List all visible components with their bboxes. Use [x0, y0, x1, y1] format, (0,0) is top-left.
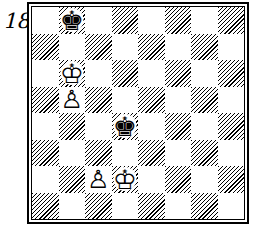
square-a4 [32, 113, 59, 140]
square-c6 [85, 60, 112, 87]
square-b7 [59, 34, 86, 61]
square-f3 [165, 140, 192, 167]
square-f7 [165, 34, 192, 61]
square-g6 [191, 60, 218, 87]
square-a1 [32, 193, 59, 220]
square-e1 [138, 193, 165, 220]
square-h6 [218, 60, 245, 87]
white-pawn-b5: ♙ [59, 87, 86, 114]
square-e2 [138, 166, 165, 193]
square-c4 [85, 113, 112, 140]
square-f1 [165, 193, 192, 220]
square-b5: ♙ [59, 87, 86, 114]
square-a7 [32, 34, 59, 61]
square-d5 [112, 87, 139, 114]
square-h7 [218, 34, 245, 61]
white-pawn-c2: ♙ [85, 166, 112, 193]
chess-board-frame: ♚♔♙♚♙♔ [27, 2, 249, 224]
square-c3 [85, 140, 112, 167]
square-d3 [112, 140, 139, 167]
square-g7 [191, 34, 218, 61]
square-d4: ♚ [112, 113, 139, 140]
square-a5 [32, 87, 59, 114]
square-h2 [218, 166, 245, 193]
square-f4 [165, 113, 192, 140]
square-b2 [59, 166, 86, 193]
square-b6: ♔ [59, 60, 86, 87]
square-c7 [85, 34, 112, 61]
square-b1 [59, 193, 86, 220]
square-d2: ♔ [112, 166, 139, 193]
square-d7 [112, 34, 139, 61]
black-king-d4: ♚ [112, 113, 139, 140]
square-c5 [85, 87, 112, 114]
square-b3 [59, 140, 86, 167]
square-d1 [112, 193, 139, 220]
chess-board: ♚♔♙♚♙♔ [31, 6, 245, 220]
white-king-d2: ♔ [112, 166, 139, 193]
square-c8 [85, 7, 112, 34]
square-g8 [191, 7, 218, 34]
square-h3 [218, 140, 245, 167]
square-e7 [138, 34, 165, 61]
square-b4 [59, 113, 86, 140]
square-e4 [138, 113, 165, 140]
square-a3 [32, 140, 59, 167]
square-h8 [218, 7, 245, 34]
square-f8 [165, 7, 192, 34]
square-a6 [32, 60, 59, 87]
square-f5 [165, 87, 192, 114]
square-a2 [32, 166, 59, 193]
square-h4 [218, 113, 245, 140]
square-g1 [191, 193, 218, 220]
square-e8 [138, 7, 165, 34]
square-e5 [138, 87, 165, 114]
square-g4 [191, 113, 218, 140]
chess-diagram-page: 18 ♚♔♙♚♙♔ [0, 0, 253, 225]
square-g3 [191, 140, 218, 167]
square-g5 [191, 87, 218, 114]
square-c1 [85, 193, 112, 220]
white-king-b6: ♔ [59, 60, 86, 87]
diagram-number-label: 18 [3, 9, 25, 33]
square-g2 [191, 166, 218, 193]
square-c2: ♙ [85, 166, 112, 193]
square-f2 [165, 166, 192, 193]
square-d6 [112, 60, 139, 87]
black-king-b8: ♚ [59, 7, 86, 34]
square-h5 [218, 87, 245, 114]
square-f6 [165, 60, 192, 87]
square-a8 [32, 7, 59, 34]
square-e3 [138, 140, 165, 167]
square-d8 [112, 7, 139, 34]
square-b8: ♚ [59, 7, 86, 34]
square-h1 [218, 193, 245, 220]
square-e6 [138, 60, 165, 87]
